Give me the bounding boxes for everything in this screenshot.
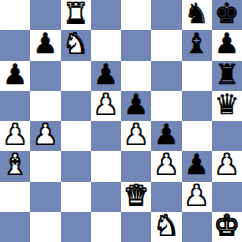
white-pawn[interactable]: ♟ bbox=[214, 151, 239, 179]
black-pawn[interactable]: ♟ bbox=[214, 30, 239, 58]
square-e6[interactable] bbox=[121, 61, 151, 91]
chess-board: ♜♞♚♟♞♝♟♟♟♜♟♟♛♟♟♟♟♝♟♟♟♛♟♞♚ bbox=[0, 0, 242, 242]
white-king[interactable]: ♚ bbox=[214, 212, 239, 240]
square-b4[interactable]: ♟ bbox=[30, 121, 60, 151]
white-rook[interactable]: ♜ bbox=[63, 0, 88, 28]
square-a6[interactable]: ♟ bbox=[0, 61, 30, 91]
square-d2[interactable] bbox=[91, 182, 121, 212]
white-knight[interactable]: ♞ bbox=[63, 30, 88, 58]
square-d1[interactable] bbox=[91, 212, 121, 242]
square-e4[interactable]: ♟ bbox=[121, 121, 151, 151]
square-h2[interactable] bbox=[212, 182, 242, 212]
square-d6[interactable]: ♟ bbox=[91, 61, 121, 91]
white-bishop[interactable]: ♝ bbox=[3, 151, 28, 179]
square-f6[interactable] bbox=[151, 61, 181, 91]
square-f4[interactable]: ♟ bbox=[151, 121, 181, 151]
square-c2[interactable] bbox=[61, 182, 91, 212]
square-c1[interactable] bbox=[61, 212, 91, 242]
square-a7[interactable] bbox=[0, 30, 30, 60]
black-pawn[interactable]: ♟ bbox=[33, 30, 58, 58]
square-d5[interactable]: ♟ bbox=[91, 91, 121, 121]
black-knight[interactable]: ♞ bbox=[184, 0, 209, 28]
square-e5[interactable]: ♟ bbox=[121, 91, 151, 121]
square-f3[interactable]: ♟ bbox=[151, 151, 181, 181]
square-b5[interactable] bbox=[30, 91, 60, 121]
square-c5[interactable] bbox=[61, 91, 91, 121]
square-f1[interactable]: ♞ bbox=[151, 212, 181, 242]
square-f2[interactable] bbox=[151, 182, 181, 212]
square-c8[interactable]: ♜ bbox=[61, 0, 91, 30]
square-g1[interactable] bbox=[182, 212, 212, 242]
square-e2[interactable]: ♛ bbox=[121, 182, 151, 212]
square-d7[interactable] bbox=[91, 30, 121, 60]
square-a1[interactable] bbox=[0, 212, 30, 242]
white-knight[interactable]: ♞ bbox=[154, 212, 179, 240]
square-c4[interactable] bbox=[61, 121, 91, 151]
square-d4[interactable] bbox=[91, 121, 121, 151]
square-g3[interactable]: ♟ bbox=[182, 151, 212, 181]
black-pawn[interactable]: ♟ bbox=[154, 121, 179, 149]
square-h8[interactable]: ♚ bbox=[212, 0, 242, 30]
square-f8[interactable] bbox=[151, 0, 181, 30]
square-d8[interactable] bbox=[91, 0, 121, 30]
square-g6[interactable] bbox=[182, 61, 212, 91]
square-d3[interactable] bbox=[91, 151, 121, 181]
square-f5[interactable] bbox=[151, 91, 181, 121]
square-e3[interactable] bbox=[121, 151, 151, 181]
square-a2[interactable] bbox=[0, 182, 30, 212]
square-g5[interactable] bbox=[182, 91, 212, 121]
white-pawn[interactable]: ♟ bbox=[93, 91, 118, 119]
white-pawn[interactable]: ♟ bbox=[124, 121, 149, 149]
white-pawn[interactable]: ♟ bbox=[3, 121, 28, 149]
square-a4[interactable]: ♟ bbox=[0, 121, 30, 151]
square-g4[interactable] bbox=[182, 121, 212, 151]
square-a3[interactable]: ♝ bbox=[0, 151, 30, 181]
black-pawn[interactable]: ♟ bbox=[184, 151, 209, 179]
square-e1[interactable] bbox=[121, 212, 151, 242]
square-b2[interactable] bbox=[30, 182, 60, 212]
square-g8[interactable]: ♞ bbox=[182, 0, 212, 30]
square-a5[interactable] bbox=[0, 91, 30, 121]
square-h6[interactable]: ♜ bbox=[212, 61, 242, 91]
white-queen[interactable]: ♛ bbox=[124, 182, 149, 210]
square-h1[interactable]: ♚ bbox=[212, 212, 242, 242]
black-queen[interactable]: ♛ bbox=[214, 91, 239, 119]
square-c6[interactable] bbox=[61, 61, 91, 91]
white-pawn[interactable]: ♟ bbox=[154, 151, 179, 179]
square-g7[interactable]: ♝ bbox=[182, 30, 212, 60]
black-king[interactable]: ♚ bbox=[214, 0, 239, 28]
square-c3[interactable] bbox=[61, 151, 91, 181]
square-a8[interactable] bbox=[0, 0, 30, 30]
square-h3[interactable]: ♟ bbox=[212, 151, 242, 181]
square-b6[interactable] bbox=[30, 61, 60, 91]
white-pawn[interactable]: ♟ bbox=[184, 182, 209, 210]
square-h7[interactable]: ♟ bbox=[212, 30, 242, 60]
square-b8[interactable] bbox=[30, 0, 60, 30]
square-g2[interactable]: ♟ bbox=[182, 182, 212, 212]
square-h4[interactable] bbox=[212, 121, 242, 151]
square-f7[interactable] bbox=[151, 30, 181, 60]
square-b1[interactable] bbox=[30, 212, 60, 242]
white-pawn[interactable]: ♟ bbox=[33, 121, 58, 149]
square-h5[interactable]: ♛ bbox=[212, 91, 242, 121]
black-rook[interactable]: ♜ bbox=[214, 61, 239, 89]
black-pawn[interactable]: ♟ bbox=[124, 91, 149, 119]
square-e8[interactable] bbox=[121, 0, 151, 30]
black-bishop[interactable]: ♝ bbox=[184, 30, 209, 58]
square-b3[interactable] bbox=[30, 151, 60, 181]
black-pawn[interactable]: ♟ bbox=[93, 61, 118, 89]
square-b7[interactable]: ♟ bbox=[30, 30, 60, 60]
black-pawn[interactable]: ♟ bbox=[3, 61, 28, 89]
square-e7[interactable] bbox=[121, 30, 151, 60]
square-c7[interactable]: ♞ bbox=[61, 30, 91, 60]
